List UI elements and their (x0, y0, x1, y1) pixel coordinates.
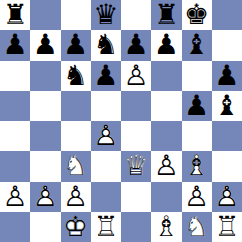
square-h1[interactable]: ♜♖ (212, 212, 242, 242)
white-pawn-fill: ♟ (61, 182, 91, 212)
square-c8[interactable] (61, 0, 91, 30)
square-e8[interactable] (121, 0, 151, 30)
white-king: ♔ (61, 212, 91, 242)
white-knight: ♘ (182, 212, 212, 242)
square-g3[interactable]: ♝♗ (182, 151, 212, 181)
square-g2[interactable]: ♟♙ (182, 182, 212, 212)
square-e1[interactable] (121, 212, 151, 242)
black-pawn: ♟ (0, 30, 30, 60)
square-e4[interactable] (121, 121, 151, 151)
square-b2[interactable]: ♟♙ (30, 182, 60, 212)
square-e7[interactable]: ♟ (121, 30, 151, 60)
square-b6[interactable] (30, 61, 60, 91)
square-a3[interactable] (0, 151, 30, 181)
white-bishop-fill: ♝ (151, 212, 181, 242)
square-e6[interactable]: ♟♙ (121, 61, 151, 91)
square-f8[interactable]: ♜ (151, 0, 181, 30)
square-e3[interactable]: ♛♕ (121, 151, 151, 181)
black-pawn: ♟ (30, 30, 60, 60)
white-pawn-fill: ♟ (182, 182, 212, 212)
white-rook-fill: ♜ (212, 212, 242, 242)
square-d5[interactable] (91, 91, 121, 121)
square-c2[interactable]: ♟♙ (61, 182, 91, 212)
white-knight: ♘ (61, 151, 91, 181)
black-bishop: ♝ (212, 91, 242, 121)
square-g1[interactable]: ♞♘ (182, 212, 212, 242)
square-d3[interactable] (91, 151, 121, 181)
square-c3[interactable]: ♞♘ (61, 151, 91, 181)
square-a5[interactable] (0, 91, 30, 121)
chess-board: ♜♛♜♚♟♟♟♞♟♟♝♞♟♟♙♟♟♝♟♙♞♘♛♕♟♙♝♗♟♙♟♙♟♙♟♙♟♙♚♔… (0, 0, 242, 242)
square-a7[interactable]: ♟ (0, 30, 30, 60)
white-pawn: ♙ (121, 61, 151, 91)
square-e2[interactable] (121, 182, 151, 212)
white-queen: ♕ (121, 151, 151, 181)
square-g4[interactable] (182, 121, 212, 151)
square-c1[interactable]: ♚♔ (61, 212, 91, 242)
white-rook-fill: ♜ (91, 212, 121, 242)
square-b4[interactable] (30, 121, 60, 151)
white-pawn-fill: ♟ (91, 121, 121, 151)
square-d7[interactable]: ♞ (91, 30, 121, 60)
square-d2[interactable] (91, 182, 121, 212)
black-pawn: ♟ (121, 30, 151, 60)
square-b7[interactable]: ♟ (30, 30, 60, 60)
square-e5[interactable] (121, 91, 151, 121)
white-rook: ♖ (91, 212, 121, 242)
square-b1[interactable] (30, 212, 60, 242)
white-queen-fill: ♛ (121, 151, 151, 181)
square-f5[interactable] (151, 91, 181, 121)
square-a1[interactable] (0, 212, 30, 242)
black-rook: ♜ (151, 0, 181, 30)
square-g8[interactable]: ♚ (182, 0, 212, 30)
black-pawn: ♟ (91, 61, 121, 91)
white-pawn: ♙ (182, 182, 212, 212)
white-bishop: ♗ (182, 151, 212, 181)
square-d8[interactable]: ♛ (91, 0, 121, 30)
black-pawn: ♟ (61, 30, 91, 60)
square-a8[interactable]: ♜ (0, 0, 30, 30)
square-d4[interactable]: ♟♙ (91, 121, 121, 151)
square-g5[interactable]: ♟ (182, 91, 212, 121)
black-knight: ♞ (91, 30, 121, 60)
white-pawn: ♙ (151, 151, 181, 181)
square-c5[interactable] (61, 91, 91, 121)
square-h4[interactable] (212, 121, 242, 151)
square-d6[interactable]: ♟ (91, 61, 121, 91)
square-f2[interactable] (151, 182, 181, 212)
black-knight: ♞ (61, 61, 91, 91)
white-pawn: ♙ (61, 182, 91, 212)
white-pawn: ♙ (212, 182, 242, 212)
black-rook: ♜ (0, 0, 30, 30)
square-h3[interactable] (212, 151, 242, 181)
square-c6[interactable]: ♞ (61, 61, 91, 91)
square-c4[interactable] (61, 121, 91, 151)
square-f6[interactable] (151, 61, 181, 91)
white-pawn-fill: ♟ (151, 151, 181, 181)
white-rook: ♖ (212, 212, 242, 242)
square-d1[interactable]: ♜♖ (91, 212, 121, 242)
square-h2[interactable]: ♟♙ (212, 182, 242, 212)
square-h8[interactable] (212, 0, 242, 30)
white-pawn-fill: ♟ (30, 182, 60, 212)
white-knight-fill: ♞ (61, 151, 91, 181)
white-pawn-fill: ♟ (0, 182, 30, 212)
square-b3[interactable] (30, 151, 60, 181)
square-h6[interactable]: ♟ (212, 61, 242, 91)
square-f4[interactable] (151, 121, 181, 151)
white-king-fill: ♚ (61, 212, 91, 242)
black-king: ♚ (182, 0, 212, 30)
black-pawn: ♟ (182, 91, 212, 121)
white-pawn-fill: ♟ (121, 61, 151, 91)
black-pawn: ♟ (212, 61, 242, 91)
white-bishop-fill: ♝ (182, 151, 212, 181)
square-a6[interactable] (0, 61, 30, 91)
square-g7[interactable]: ♝ (182, 30, 212, 60)
square-f7[interactable]: ♟ (151, 30, 181, 60)
black-queen: ♛ (91, 0, 121, 30)
square-b5[interactable] (30, 91, 60, 121)
square-g6[interactable] (182, 61, 212, 91)
square-h5[interactable]: ♝ (212, 91, 242, 121)
square-b8[interactable] (30, 0, 60, 30)
square-a4[interactable] (0, 121, 30, 151)
white-pawn: ♙ (30, 182, 60, 212)
square-c7[interactable]: ♟ (61, 30, 91, 60)
black-pawn: ♟ (151, 30, 181, 60)
white-pawn: ♙ (0, 182, 30, 212)
white-knight-fill: ♞ (182, 212, 212, 242)
white-pawn: ♙ (91, 121, 121, 151)
square-f1[interactable]: ♝♗ (151, 212, 181, 242)
square-h7[interactable] (212, 30, 242, 60)
black-bishop: ♝ (182, 30, 212, 60)
white-pawn-fill: ♟ (212, 182, 242, 212)
square-a2[interactable]: ♟♙ (0, 182, 30, 212)
white-bishop: ♗ (151, 212, 181, 242)
square-f3[interactable]: ♟♙ (151, 151, 181, 181)
